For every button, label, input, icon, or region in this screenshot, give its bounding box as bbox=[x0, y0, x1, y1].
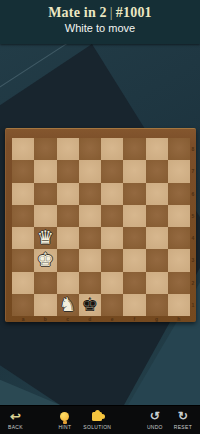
square-d4[interactable] bbox=[79, 227, 101, 249]
undo-button[interactable]: ↺ UNDO bbox=[147, 410, 163, 430]
rank-label: 8 bbox=[190, 138, 196, 160]
square-c6[interactable] bbox=[57, 183, 79, 205]
square-a1[interactable] bbox=[12, 294, 34, 316]
square-h2[interactable] bbox=[168, 272, 190, 294]
square-a8[interactable] bbox=[12, 138, 34, 160]
square-c4[interactable] bbox=[57, 227, 79, 249]
square-h5[interactable] bbox=[168, 205, 190, 227]
file-labels: abcdefgh bbox=[12, 316, 190, 322]
square-h7[interactable] bbox=[168, 160, 190, 182]
square-f1[interactable] bbox=[123, 294, 145, 316]
square-c1[interactable]: ♞ bbox=[57, 294, 79, 316]
file-label: d bbox=[79, 316, 101, 322]
rank-label: 5 bbox=[190, 205, 196, 227]
reset-arrows-icon: ↻ bbox=[178, 410, 188, 423]
square-c5[interactable] bbox=[57, 205, 79, 227]
square-g5[interactable] bbox=[146, 205, 168, 227]
square-f5[interactable] bbox=[123, 205, 145, 227]
square-g2[interactable] bbox=[146, 272, 168, 294]
hint-button[interactable]: HINT bbox=[58, 410, 71, 430]
rank-label: 2 bbox=[190, 272, 196, 294]
app-screen: Mate in 2|#1001 White to move ♛♚♞♚ abcde… bbox=[0, 0, 200, 434]
square-b5[interactable] bbox=[34, 205, 56, 227]
rank-labels: 87654321 bbox=[190, 138, 196, 316]
square-b8[interactable] bbox=[34, 138, 56, 160]
rank-label: 1 bbox=[190, 294, 196, 316]
file-label: f bbox=[123, 316, 145, 322]
rank-label: 6 bbox=[190, 183, 196, 205]
square-b6[interactable] bbox=[34, 183, 56, 205]
square-g7[interactable] bbox=[146, 160, 168, 182]
back-button-label: BACK bbox=[8, 424, 23, 430]
reset-button[interactable]: ↻ RESET bbox=[174, 410, 192, 430]
square-b2[interactable] bbox=[34, 272, 56, 294]
piece-white-queen[interactable]: ♛ bbox=[37, 226, 54, 248]
file-label: e bbox=[101, 316, 123, 322]
square-c2[interactable] bbox=[57, 272, 79, 294]
square-d7[interactable] bbox=[79, 160, 101, 182]
back-button[interactable]: ↩ BACK bbox=[8, 410, 23, 430]
square-g6[interactable] bbox=[146, 183, 168, 205]
square-g1[interactable] bbox=[146, 294, 168, 316]
undo-button-label: UNDO bbox=[147, 424, 163, 430]
reset-button-label: RESET bbox=[174, 424, 192, 430]
square-c7[interactable] bbox=[57, 160, 79, 182]
rank-label: 4 bbox=[190, 227, 196, 249]
square-e7[interactable] bbox=[101, 160, 123, 182]
rank-label: 7 bbox=[190, 160, 196, 182]
puzzle-goal: Mate in 2 bbox=[48, 5, 107, 20]
square-a4[interactable] bbox=[12, 227, 34, 249]
undo-arrow-icon: ↺ bbox=[150, 410, 160, 423]
square-f8[interactable] bbox=[123, 138, 145, 160]
bottom-toolbar: ↩ BACK HINT SOLUTION ↺ UNDO ↻ RESET bbox=[0, 405, 200, 434]
square-c8[interactable] bbox=[57, 138, 79, 160]
piece-white-knight[interactable]: ♞ bbox=[59, 293, 76, 315]
square-e2[interactable] bbox=[101, 272, 123, 294]
square-h3[interactable] bbox=[168, 249, 190, 271]
square-h4[interactable] bbox=[168, 227, 190, 249]
square-b7[interactable] bbox=[34, 160, 56, 182]
square-b4[interactable]: ♛ bbox=[34, 227, 56, 249]
chessboard[interactable]: ♛♚♞♚ bbox=[12, 138, 190, 316]
square-d6[interactable] bbox=[79, 183, 101, 205]
square-f6[interactable] bbox=[123, 183, 145, 205]
square-h6[interactable] bbox=[168, 183, 190, 205]
square-a6[interactable] bbox=[12, 183, 34, 205]
square-e8[interactable] bbox=[101, 138, 123, 160]
puzzle-piece-icon bbox=[91, 410, 104, 423]
square-e4[interactable] bbox=[101, 227, 123, 249]
solution-button-label: SOLUTION bbox=[83, 424, 111, 430]
puzzle-number: #1001 bbox=[116, 5, 152, 20]
square-a7[interactable] bbox=[12, 160, 34, 182]
square-d5[interactable] bbox=[79, 205, 101, 227]
square-g3[interactable] bbox=[146, 249, 168, 271]
back-arrow-icon: ↩ bbox=[10, 410, 21, 423]
turn-indicator: White to move bbox=[0, 22, 200, 34]
lightbulb-icon bbox=[59, 410, 71, 423]
square-a5[interactable] bbox=[12, 205, 34, 227]
square-e3[interactable] bbox=[101, 249, 123, 271]
square-d2[interactable] bbox=[79, 272, 101, 294]
page-title: Mate in 2|#1001 bbox=[0, 5, 200, 21]
file-label: a bbox=[12, 316, 34, 322]
square-a2[interactable] bbox=[12, 272, 34, 294]
hint-button-label: HINT bbox=[58, 424, 71, 430]
square-f7[interactable] bbox=[123, 160, 145, 182]
file-label: g bbox=[146, 316, 168, 322]
file-label: c bbox=[57, 316, 79, 322]
square-e5[interactable] bbox=[101, 205, 123, 227]
header: Mate in 2|#1001 White to move bbox=[0, 0, 200, 44]
piece-white-king[interactable]: ♚ bbox=[37, 248, 54, 270]
piece-black-king[interactable]: ♚ bbox=[81, 293, 98, 315]
square-d1[interactable]: ♚ bbox=[79, 294, 101, 316]
file-label: h bbox=[168, 316, 190, 322]
square-f2[interactable] bbox=[123, 272, 145, 294]
rank-label: 3 bbox=[190, 249, 196, 271]
square-a3[interactable] bbox=[12, 249, 34, 271]
file-label: b bbox=[34, 316, 56, 322]
square-b3[interactable]: ♚ bbox=[34, 249, 56, 271]
square-f4[interactable] bbox=[123, 227, 145, 249]
square-g4[interactable] bbox=[146, 227, 168, 249]
square-h1[interactable] bbox=[168, 294, 190, 316]
solution-button[interactable]: SOLUTION bbox=[83, 410, 111, 430]
square-g8[interactable] bbox=[146, 138, 168, 160]
square-b1[interactable] bbox=[34, 294, 56, 316]
title-separator: | bbox=[107, 5, 116, 20]
square-d8[interactable] bbox=[79, 138, 101, 160]
square-e1[interactable] bbox=[101, 294, 123, 316]
square-e6[interactable] bbox=[101, 183, 123, 205]
square-f3[interactable] bbox=[123, 249, 145, 271]
square-c3[interactable] bbox=[57, 249, 79, 271]
square-d3[interactable] bbox=[79, 249, 101, 271]
square-h8[interactable] bbox=[168, 138, 190, 160]
chessboard-frame: ♛♚♞♚ abcdefgh 87654321 bbox=[5, 128, 196, 322]
